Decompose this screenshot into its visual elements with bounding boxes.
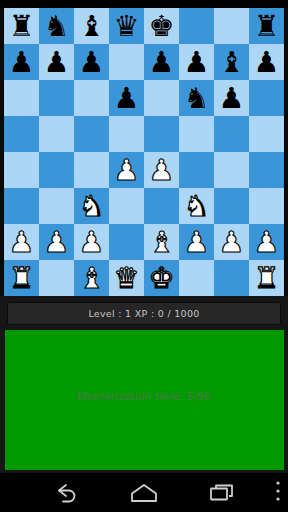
piece-black-pawn: ♟ <box>109 80 144 116</box>
square-b3[interactable] <box>39 188 74 224</box>
piece-white-rook: ♜ <box>4 260 39 296</box>
overflow-menu-button[interactable] <box>270 473 286 512</box>
square-e3[interactable] <box>144 188 179 224</box>
app-screen: ♜♞♝♛♚♜♟♟♟♟♟♝♟♟♞♟♟♟♞♞♟♟♟♝♟♟♟♜♝♛♚♜ Level :… <box>0 0 288 512</box>
square-e8[interactable]: ♚ <box>144 8 179 44</box>
square-e2[interactable]: ♝ <box>144 224 179 260</box>
square-a8[interactable]: ♜ <box>4 8 39 44</box>
square-g8[interactable] <box>214 8 249 44</box>
square-b8[interactable]: ♞ <box>39 8 74 44</box>
square-f4[interactable] <box>179 152 214 188</box>
piece-black-rook: ♜ <box>249 8 284 44</box>
memorization-strip: Memorization time: 5/90 <box>0 330 288 470</box>
piece-white-bishop: ♝ <box>144 224 179 260</box>
piece-white-pawn: ♟ <box>179 224 214 260</box>
square-f2[interactable]: ♟ <box>179 224 214 260</box>
square-d2[interactable] <box>109 224 144 260</box>
piece-white-knight: ♞ <box>179 188 214 224</box>
square-b1[interactable] <box>39 260 74 296</box>
piece-black-rook: ♜ <box>4 8 39 44</box>
piece-white-pawn: ♟ <box>4 224 39 260</box>
piece-black-pawn: ♟ <box>39 44 74 80</box>
home-icon <box>130 483 158 503</box>
square-b7[interactable]: ♟ <box>39 44 74 80</box>
square-d4[interactable]: ♟ <box>109 152 144 188</box>
piece-white-king: ♚ <box>144 260 179 296</box>
square-g1[interactable] <box>214 260 249 296</box>
square-a1[interactable]: ♜ <box>4 260 39 296</box>
piece-black-pawn: ♟ <box>74 44 109 80</box>
square-d1[interactable]: ♛ <box>109 260 144 296</box>
recents-icon <box>208 483 234 503</box>
back-icon <box>54 483 80 503</box>
piece-white-pawn: ♟ <box>74 224 109 260</box>
home-button[interactable] <box>128 481 160 505</box>
piece-white-knight: ♞ <box>74 188 109 224</box>
square-e4[interactable]: ♟ <box>144 152 179 188</box>
square-b2[interactable]: ♟ <box>39 224 74 260</box>
piece-black-pawn: ♟ <box>214 80 249 116</box>
square-g2[interactable]: ♟ <box>214 224 249 260</box>
square-c2[interactable]: ♟ <box>74 224 109 260</box>
square-f8[interactable] <box>179 8 214 44</box>
piece-white-rook: ♜ <box>249 260 284 296</box>
square-b4[interactable] <box>39 152 74 188</box>
piece-black-king: ♚ <box>144 8 179 44</box>
piece-white-bishop: ♝ <box>74 260 109 296</box>
overflow-menu-icon <box>275 480 281 506</box>
chess-board[interactable]: ♜♞♝♛♚♜♟♟♟♟♟♝♟♟♞♟♟♟♞♞♟♟♟♝♟♟♟♜♝♛♚♜ <box>4 8 284 296</box>
square-c5[interactable] <box>74 116 109 152</box>
square-h5[interactable] <box>249 116 284 152</box>
square-a5[interactable] <box>4 116 39 152</box>
square-e7[interactable]: ♟ <box>144 44 179 80</box>
piece-white-pawn: ♟ <box>214 224 249 260</box>
square-h2[interactable]: ♟ <box>249 224 284 260</box>
piece-black-pawn: ♟ <box>144 44 179 80</box>
square-h1[interactable]: ♜ <box>249 260 284 296</box>
square-f3[interactable]: ♞ <box>179 188 214 224</box>
square-f5[interactable] <box>179 116 214 152</box>
piece-black-queen: ♛ <box>109 8 144 44</box>
square-c7[interactable]: ♟ <box>74 44 109 80</box>
square-f1[interactable] <box>179 260 214 296</box>
board-strip: ♜♞♝♛♚♜♟♟♟♟♟♝♟♟♞♟♟♟♞♞♟♟♟♝♟♟♟♜♝♛♚♜ <box>0 8 288 296</box>
square-h8[interactable]: ♜ <box>249 8 284 44</box>
piece-white-pawn: ♟ <box>144 152 179 188</box>
piece-white-pawn: ♟ <box>249 224 284 260</box>
level-xp-bar: Level : 1 XP : 0 / 1000 <box>7 302 281 325</box>
square-c3[interactable]: ♞ <box>74 188 109 224</box>
square-e1[interactable]: ♚ <box>144 260 179 296</box>
piece-black-bishop: ♝ <box>74 8 109 44</box>
piece-black-bishop: ♝ <box>214 44 249 80</box>
square-g7[interactable]: ♝ <box>214 44 249 80</box>
square-b6[interactable] <box>39 80 74 116</box>
square-a7[interactable]: ♟ <box>4 44 39 80</box>
square-h6[interactable] <box>249 80 284 116</box>
level-strip: Level : 1 XP : 0 / 1000 <box>0 296 288 330</box>
square-c1[interactable]: ♝ <box>74 260 109 296</box>
square-h7[interactable]: ♟ <box>249 44 284 80</box>
memorization-time-label: Memorization time: 5/90 <box>77 390 211 402</box>
square-d8[interactable]: ♛ <box>109 8 144 44</box>
piece-black-knight: ♞ <box>39 8 74 44</box>
piece-black-knight: ♞ <box>179 80 214 116</box>
square-h4[interactable] <box>249 152 284 188</box>
square-f6[interactable]: ♞ <box>179 80 214 116</box>
square-a6[interactable] <box>4 80 39 116</box>
memorization-panel[interactable]: Memorization time: 5/90 <box>5 330 284 470</box>
square-d7[interactable] <box>109 44 144 80</box>
piece-black-pawn: ♟ <box>4 44 39 80</box>
piece-black-pawn: ♟ <box>179 44 214 80</box>
square-c6[interactable] <box>74 80 109 116</box>
square-a4[interactable] <box>4 152 39 188</box>
square-d6[interactable]: ♟ <box>109 80 144 116</box>
square-c8[interactable]: ♝ <box>74 8 109 44</box>
square-g4[interactable] <box>214 152 249 188</box>
square-e5[interactable] <box>144 116 179 152</box>
android-navbar <box>0 473 288 512</box>
piece-white-pawn: ♟ <box>109 152 144 188</box>
square-e6[interactable] <box>144 80 179 116</box>
piece-white-pawn: ♟ <box>39 224 74 260</box>
status-bar <box>0 0 288 8</box>
square-a2[interactable]: ♟ <box>4 224 39 260</box>
square-g3[interactable] <box>214 188 249 224</box>
piece-black-pawn: ♟ <box>249 44 284 80</box>
square-d5[interactable] <box>109 116 144 152</box>
square-c4[interactable] <box>74 152 109 188</box>
square-f7[interactable]: ♟ <box>179 44 214 80</box>
square-g5[interactable] <box>214 116 249 152</box>
square-b5[interactable] <box>39 116 74 152</box>
back-button[interactable] <box>51 481 83 505</box>
square-g6[interactable]: ♟ <box>214 80 249 116</box>
square-a3[interactable] <box>4 188 39 224</box>
square-d3[interactable] <box>109 188 144 224</box>
piece-white-queen: ♛ <box>109 260 144 296</box>
square-h3[interactable] <box>249 188 284 224</box>
recents-button[interactable] <box>205 481 237 505</box>
